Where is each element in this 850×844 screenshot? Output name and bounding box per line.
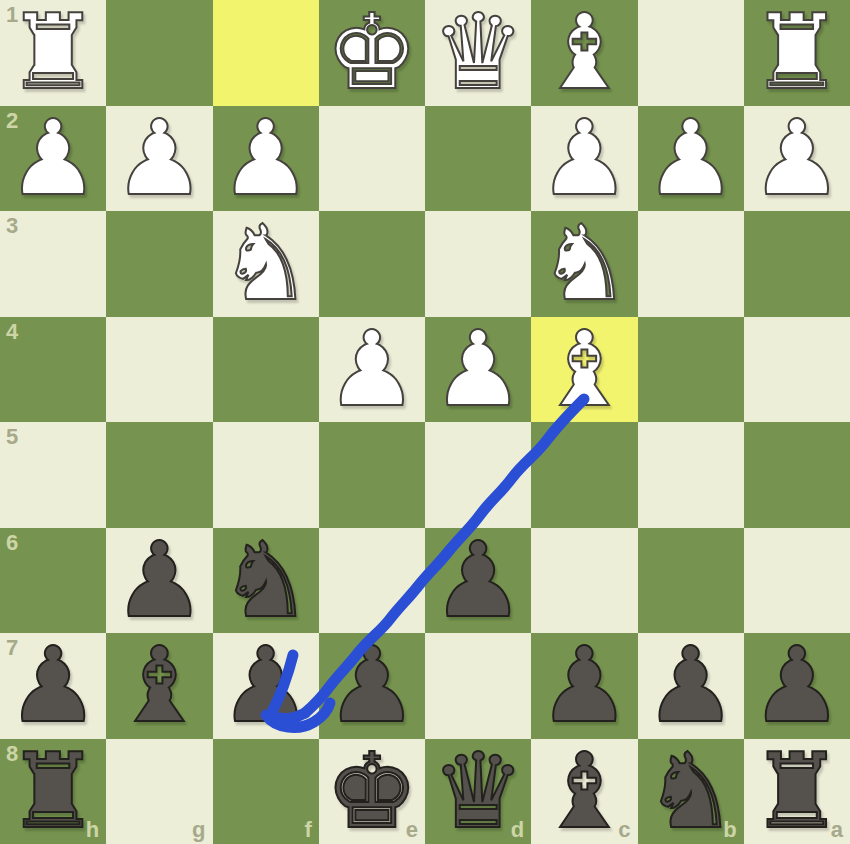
square-d8[interactable]: d♛	[425, 739, 531, 844]
chess-board: 1♜♚♛♝♜2♟♟♟♟♟♟3♞♞4♟♟♝56♟♞♟7♟♝♟♟♟♟♟8h♜gfe♚…	[0, 0, 850, 844]
square-c3[interactable]: ♞	[531, 211, 637, 317]
square-a7[interactable]: ♟	[744, 633, 850, 739]
square-a2[interactable]: ♟	[744, 106, 850, 212]
white-knight-c3[interactable]: ♞	[538, 211, 631, 316]
square-f8[interactable]: f	[213, 739, 319, 844]
black-queen-d8[interactable]: ♛	[432, 739, 525, 844]
square-h4[interactable]: 4	[0, 317, 106, 423]
square-e4[interactable]: ♟	[319, 317, 425, 423]
square-a4[interactable]	[744, 317, 850, 423]
square-f7[interactable]: ♟	[213, 633, 319, 739]
file-label-g: g	[192, 819, 205, 841]
black-rook-h8[interactable]: ♜	[7, 739, 100, 844]
square-d6[interactable]: ♟	[425, 528, 531, 634]
white-queen-d1[interactable]: ♛	[432, 0, 525, 105]
black-pawn-e7[interactable]: ♟	[325, 633, 418, 738]
black-pawn-a7[interactable]: ♟	[750, 633, 843, 738]
square-b4[interactable]	[638, 317, 744, 423]
square-f1[interactable]	[213, 0, 319, 106]
square-f2[interactable]: ♟	[213, 106, 319, 212]
white-rook-h1[interactable]: ♜	[7, 0, 100, 105]
square-b1[interactable]	[638, 0, 744, 106]
white-pawn-g2[interactable]: ♟	[113, 106, 206, 211]
white-pawn-e4[interactable]: ♟	[325, 317, 418, 422]
square-e1[interactable]: ♚	[319, 0, 425, 106]
rank-label-6: 6	[6, 532, 18, 554]
square-d2[interactable]	[425, 106, 531, 212]
square-a3[interactable]	[744, 211, 850, 317]
square-e2[interactable]	[319, 106, 425, 212]
white-bishop-c1[interactable]: ♝	[538, 0, 631, 105]
square-g2[interactable]: ♟	[106, 106, 212, 212]
black-pawn-b7[interactable]: ♟	[644, 633, 737, 738]
white-pawn-c2[interactable]: ♟	[538, 106, 631, 211]
black-pawn-h7[interactable]: ♟	[7, 633, 100, 738]
square-g4[interactable]	[106, 317, 212, 423]
square-c1[interactable]: ♝	[531, 0, 637, 106]
black-rook-a8[interactable]: ♜	[750, 739, 843, 844]
square-e5[interactable]	[319, 422, 425, 528]
square-b5[interactable]	[638, 422, 744, 528]
square-h2[interactable]: 2♟	[0, 106, 106, 212]
white-pawn-a2[interactable]: ♟	[750, 106, 843, 211]
black-pawn-g6[interactable]: ♟	[113, 528, 206, 633]
rank-label-5: 5	[6, 426, 18, 448]
square-a1[interactable]: ♜	[744, 0, 850, 106]
square-h6[interactable]: 6	[0, 528, 106, 634]
square-c6[interactable]	[531, 528, 637, 634]
white-pawn-f2[interactable]: ♟	[219, 106, 312, 211]
square-d7[interactable]	[425, 633, 531, 739]
black-king-e8[interactable]: ♚	[325, 739, 418, 844]
square-h5[interactable]: 5	[0, 422, 106, 528]
black-pawn-d6[interactable]: ♟	[432, 528, 525, 633]
square-f3[interactable]: ♞	[213, 211, 319, 317]
white-pawn-h2[interactable]: ♟	[7, 106, 100, 211]
square-e8[interactable]: e♚	[319, 739, 425, 844]
square-e6[interactable]	[319, 528, 425, 634]
square-g1[interactable]	[106, 0, 212, 106]
square-a6[interactable]	[744, 528, 850, 634]
square-c4[interactable]: ♝	[531, 317, 637, 423]
file-label-f: f	[304, 819, 311, 841]
black-pawn-c7[interactable]: ♟	[538, 633, 631, 738]
square-g7[interactable]: ♝	[106, 633, 212, 739]
rank-label-3: 3	[6, 215, 18, 237]
white-rook-a1[interactable]: ♜	[750, 0, 843, 105]
square-f5[interactable]	[213, 422, 319, 528]
square-a8[interactable]: a♜	[744, 739, 850, 844]
black-knight-b8[interactable]: ♞	[644, 739, 737, 844]
chess-board-screenshot: 1♜♚♛♝♜2♟♟♟♟♟♟3♞♞4♟♟♝56♟♞♟7♟♝♟♟♟♟♟8h♜gfe♚…	[0, 0, 850, 844]
square-g8[interactable]: g	[106, 739, 212, 844]
black-pawn-f7[interactable]: ♟	[219, 633, 312, 738]
square-c7[interactable]: ♟	[531, 633, 637, 739]
square-b7[interactable]: ♟	[638, 633, 744, 739]
square-h8[interactable]: 8h♜	[0, 739, 106, 844]
square-c2[interactable]: ♟	[531, 106, 637, 212]
white-pawn-b2[interactable]: ♟	[644, 106, 737, 211]
square-e7[interactable]: ♟	[319, 633, 425, 739]
square-c8[interactable]: c♝	[531, 739, 637, 844]
square-h7[interactable]: 7♟	[0, 633, 106, 739]
black-bishop-g7[interactable]: ♝	[113, 633, 206, 738]
square-d4[interactable]: ♟	[425, 317, 531, 423]
square-a5[interactable]	[744, 422, 850, 528]
square-f4[interactable]	[213, 317, 319, 423]
white-bishop-c4[interactable]: ♝	[538, 317, 631, 422]
square-g5[interactable]	[106, 422, 212, 528]
white-pawn-d4[interactable]: ♟	[432, 317, 525, 422]
white-knight-f3[interactable]: ♞	[219, 211, 312, 316]
square-g6[interactable]: ♟	[106, 528, 212, 634]
black-bishop-c8[interactable]: ♝	[538, 739, 631, 844]
black-knight-f6[interactable]: ♞	[219, 528, 312, 633]
square-g3[interactable]	[106, 211, 212, 317]
square-c5[interactable]	[531, 422, 637, 528]
square-b8[interactable]: b♞	[638, 739, 744, 844]
square-d3[interactable]	[425, 211, 531, 317]
square-h1[interactable]: 1♜	[0, 0, 106, 106]
square-f6[interactable]: ♞	[213, 528, 319, 634]
square-b3[interactable]	[638, 211, 744, 317]
square-e3[interactable]	[319, 211, 425, 317]
square-d1[interactable]: ♛	[425, 0, 531, 106]
square-b6[interactable]	[638, 528, 744, 634]
square-h3[interactable]: 3	[0, 211, 106, 317]
square-d5[interactable]	[425, 422, 531, 528]
white-king-e1[interactable]: ♚	[325, 0, 418, 105]
rank-label-4: 4	[6, 321, 18, 343]
square-b2[interactable]: ♟	[638, 106, 744, 212]
